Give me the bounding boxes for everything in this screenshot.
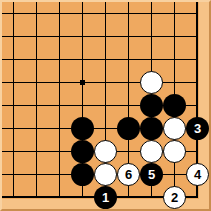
board-intersection [186, 25, 209, 48]
black-stone [117, 117, 140, 140]
board-intersection [117, 48, 140, 71]
board-intersection [2, 117, 25, 140]
go-board: 365412 [2, 2, 209, 209]
board-intersection [48, 71, 71, 94]
black-stone [71, 163, 94, 186]
white-stone [94, 140, 117, 163]
board-intersection [48, 2, 71, 25]
white-stone [94, 163, 117, 186]
board-intersection [186, 71, 209, 94]
board-intersection [163, 25, 186, 48]
board-intersection [117, 186, 140, 209]
board-intersection [48, 94, 71, 117]
board-intersection [2, 94, 25, 117]
board-intersection [25, 48, 48, 71]
board-intersection [25, 117, 48, 140]
board-intersection [117, 117, 140, 140]
board-intersection [2, 71, 25, 94]
board-intersection [140, 94, 163, 117]
move-number-label: 1 [102, 191, 109, 204]
board-intersection [25, 140, 48, 163]
board-intersection [186, 140, 209, 163]
board-intersection: 6 [117, 163, 140, 186]
board-intersection [94, 71, 117, 94]
board-intersection [94, 117, 117, 140]
white-stone-move-6: 6 [117, 163, 140, 186]
white-stone [140, 140, 163, 163]
board-intersection [48, 48, 71, 71]
white-stone [163, 117, 186, 140]
move-number-label: 3 [194, 122, 201, 135]
board-intersection [25, 2, 48, 25]
move-number-label: 4 [194, 168, 201, 181]
board-intersection [186, 186, 209, 209]
board-intersection [71, 48, 94, 71]
board-intersection [48, 25, 71, 48]
board-intersection [2, 48, 25, 71]
board-intersection [25, 94, 48, 117]
board-intersection [94, 25, 117, 48]
board-intersection [48, 163, 71, 186]
board-intersection [2, 140, 25, 163]
board-intersection [71, 2, 94, 25]
board-intersection: 4 [186, 163, 209, 186]
board-intersection [140, 71, 163, 94]
black-stone [140, 94, 163, 117]
board-intersection [2, 163, 25, 186]
board-intersection [94, 48, 117, 71]
board-intersection [2, 186, 25, 209]
white-stone [140, 71, 163, 94]
board-intersection [140, 140, 163, 163]
board-intersection [140, 25, 163, 48]
board-intersection [71, 186, 94, 209]
board-intersection [163, 94, 186, 117]
move-number-label: 5 [148, 168, 155, 181]
star-point [71, 71, 94, 94]
board-intersection: 2 [163, 186, 186, 209]
white-stone [163, 140, 186, 163]
board-intersection [2, 25, 25, 48]
board-intersection [117, 94, 140, 117]
board-intersection [186, 48, 209, 71]
move-number-label: 2 [171, 191, 178, 204]
board-intersection [94, 2, 117, 25]
board-intersection [163, 140, 186, 163]
black-stone [163, 94, 186, 117]
board-intersection [48, 140, 71, 163]
board-intersection [140, 2, 163, 25]
board-intersection [117, 71, 140, 94]
board-intersection [71, 117, 94, 140]
board-intersection [186, 94, 209, 117]
white-stone-move-4: 4 [186, 163, 209, 186]
board-intersection [25, 163, 48, 186]
board-intersection [163, 2, 186, 25]
black-stone [140, 117, 163, 140]
board-intersection [117, 25, 140, 48]
board-intersection [163, 117, 186, 140]
black-stone-move-3: 3 [186, 117, 209, 140]
board-intersection [163, 48, 186, 71]
board-intersection: 1 [94, 186, 117, 209]
board-intersection [163, 163, 186, 186]
black-stone [71, 117, 94, 140]
board-intersection [25, 71, 48, 94]
board-intersection: 5 [140, 163, 163, 186]
board-intersection [140, 48, 163, 71]
board-intersection [94, 94, 117, 117]
board-intersection [140, 117, 163, 140]
board-intersection [71, 140, 94, 163]
board-intersection [186, 2, 209, 25]
board-intersection [117, 140, 140, 163]
board-intersection [48, 186, 71, 209]
black-stone-move-1: 1 [94, 186, 117, 209]
go-diagram: 365412 [0, 0, 211, 211]
board-intersection [71, 94, 94, 117]
board-intersection [71, 25, 94, 48]
board-intersection [140, 186, 163, 209]
black-stone-move-5: 5 [140, 163, 163, 186]
board-intersection [25, 25, 48, 48]
board-intersection [163, 71, 186, 94]
white-stone-move-2: 2 [163, 186, 186, 209]
board-intersection [94, 140, 117, 163]
board-intersection [25, 186, 48, 209]
board-intersection [94, 163, 117, 186]
board-intersection [117, 2, 140, 25]
move-number-label: 6 [125, 168, 132, 181]
board-intersection [48, 117, 71, 140]
board-intersection: 3 [186, 117, 209, 140]
board-intersection [2, 2, 25, 25]
board-intersection [71, 163, 94, 186]
black-stone [71, 140, 94, 163]
